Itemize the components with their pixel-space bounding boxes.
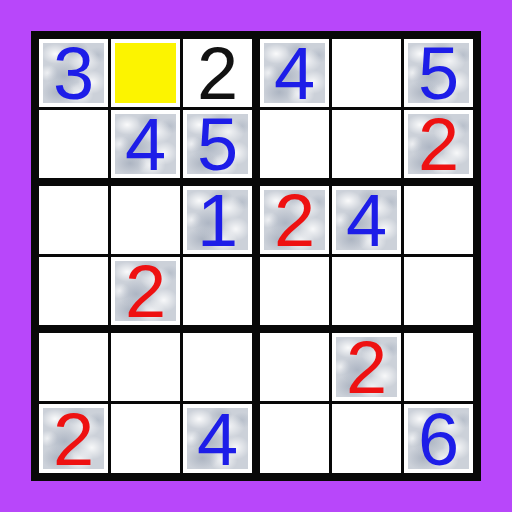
cell-digit: 6: [418, 403, 459, 477]
cell-r4c2[interactable]: 2: [111, 257, 183, 333]
cell-digit: 4: [197, 403, 238, 477]
cell-r6c2[interactable]: [111, 404, 183, 473]
cell-r4c1[interactable]: [39, 257, 111, 333]
cell-r1c6[interactable]: 5: [404, 39, 473, 110]
cell-r2c2[interactable]: 4: [111, 110, 183, 186]
cell-digit: 2: [197, 37, 238, 111]
cell-r5c2[interactable]: [111, 333, 183, 404]
cell-digit: 2: [125, 255, 166, 329]
cell-r1c5[interactable]: [332, 39, 404, 110]
cell-r4c6[interactable]: [404, 257, 473, 333]
cell-r3c2[interactable]: [111, 186, 183, 257]
cell-r3c1[interactable]: [39, 186, 111, 257]
cell-r1c1[interactable]: 3: [39, 39, 111, 110]
cell-digit: 4: [125, 108, 166, 182]
cell-r5c5[interactable]: 2: [332, 333, 404, 404]
cell-r4c4[interactable]: [260, 257, 332, 333]
sudoku-board: 324545212422246: [31, 31, 481, 481]
cell-digit: 2: [418, 108, 459, 182]
cell-r2c1[interactable]: [39, 110, 111, 186]
cell-r2c6[interactable]: 2: [404, 110, 473, 186]
cell-r5c3[interactable]: [183, 333, 260, 404]
cell-r3c6[interactable]: [404, 186, 473, 257]
cell-r2c5[interactable]: [332, 110, 404, 186]
cell-r1c3[interactable]: 2: [183, 39, 260, 110]
cell-digit: 3: [53, 37, 94, 111]
cell-digit: 4: [346, 184, 387, 258]
cell-r1c2[interactable]: [111, 39, 183, 110]
cell-r5c6[interactable]: [404, 333, 473, 404]
cell-r3c3[interactable]: 1: [183, 186, 260, 257]
cell-r1c4[interactable]: 4: [260, 39, 332, 110]
cell-digit: 5: [197, 108, 238, 182]
cell-r2c4[interactable]: [260, 110, 332, 186]
cell-r2c3[interactable]: 5: [183, 110, 260, 186]
cell-r3c4[interactable]: 2: [260, 186, 332, 257]
cell-r6c1[interactable]: 2: [39, 404, 111, 473]
cell-r4c3[interactable]: [183, 257, 260, 333]
cell-r6c5[interactable]: [332, 404, 404, 473]
cell-r5c1[interactable]: [39, 333, 111, 404]
cell-r6c3[interactable]: 4: [183, 404, 260, 473]
cell-digit: 2: [346, 331, 387, 405]
cell-r3c5[interactable]: 4: [332, 186, 404, 257]
cell-r4c5[interactable]: [332, 257, 404, 333]
cell-digit: 2: [53, 403, 94, 477]
cell-r6c4[interactable]: [260, 404, 332, 473]
cell-r6c6[interactable]: 6: [404, 404, 473, 473]
cell-digit: 4: [274, 37, 315, 111]
cell-r5c4[interactable]: [260, 333, 332, 404]
cell-digit: 2: [274, 184, 315, 258]
selected-cell-highlight: [115, 43, 176, 103]
app-background: 324545212422246: [0, 0, 512, 512]
cell-digit: 1: [197, 184, 238, 258]
cell-digit: 5: [418, 37, 459, 111]
